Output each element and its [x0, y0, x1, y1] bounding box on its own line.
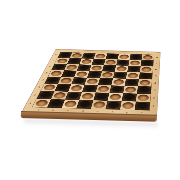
square-recess — [57, 85, 70, 91]
square-recess — [125, 87, 136, 93]
square-recess — [118, 60, 128, 65]
square-recess — [70, 85, 82, 91]
square-recess — [60, 78, 72, 84]
square-recess — [86, 78, 98, 84]
square-recess — [113, 79, 124, 85]
board-square — [120, 101, 136, 110]
square-recess — [102, 72, 113, 77]
square-recess — [79, 65, 90, 70]
square-recess — [107, 54, 117, 59]
square-recess — [89, 72, 100, 77]
square-recess — [95, 54, 105, 59]
square-recess — [67, 93, 80, 99]
square-recess — [126, 80, 137, 86]
square-recess — [143, 55, 152, 60]
square-recess — [73, 78, 85, 84]
square-recess — [93, 60, 104, 65]
board-square — [135, 102, 150, 111]
product-photo: abcdefgh abcdefgh 87654321 87654321 — [0, 0, 180, 180]
square-recess — [66, 65, 78, 70]
square-recess — [81, 93, 94, 99]
square-recess — [122, 102, 134, 109]
square-recess — [64, 101, 77, 108]
square-recess — [95, 93, 107, 99]
square-recess — [49, 100, 63, 107]
square-recess — [98, 86, 110, 92]
square-recess — [91, 66, 102, 71]
square-recess — [84, 86, 96, 92]
square-recess — [131, 55, 141, 60]
square-recess — [139, 87, 150, 93]
square-recess — [142, 61, 152, 66]
square-recess — [129, 67, 139, 72]
square-recess — [128, 73, 139, 78]
square-recess — [140, 80, 151, 86]
square-recess — [78, 101, 91, 108]
rank-label: 2 — [150, 94, 158, 102]
square-recess — [130, 61, 140, 66]
rank-label: 1 — [149, 102, 157, 111]
square-recess — [71, 53, 82, 58]
square-recess — [107, 102, 119, 109]
square-recess — [93, 101, 106, 108]
square-recess — [53, 92, 66, 98]
square-recess — [119, 54, 129, 59]
square-recess — [63, 71, 75, 76]
square-recess — [109, 94, 121, 100]
square-recess — [116, 66, 126, 71]
square-recess — [115, 73, 126, 78]
square-recess — [138, 95, 149, 101]
square-recess — [81, 59, 92, 64]
checkers-board: abcdefgh abcdefgh 87654321 87654321 — [22, 49, 161, 115]
square-recess — [111, 86, 123, 92]
square-recess — [137, 103, 149, 110]
square-recess — [104, 66, 115, 71]
square-recess — [141, 67, 151, 72]
square-recess — [124, 94, 136, 100]
square-recess — [83, 54, 94, 59]
square-recess — [106, 60, 116, 65]
square-recess — [76, 71, 88, 76]
square-recess — [100, 79, 111, 85]
square-recess — [141, 73, 151, 78]
square-recess — [69, 59, 80, 64]
